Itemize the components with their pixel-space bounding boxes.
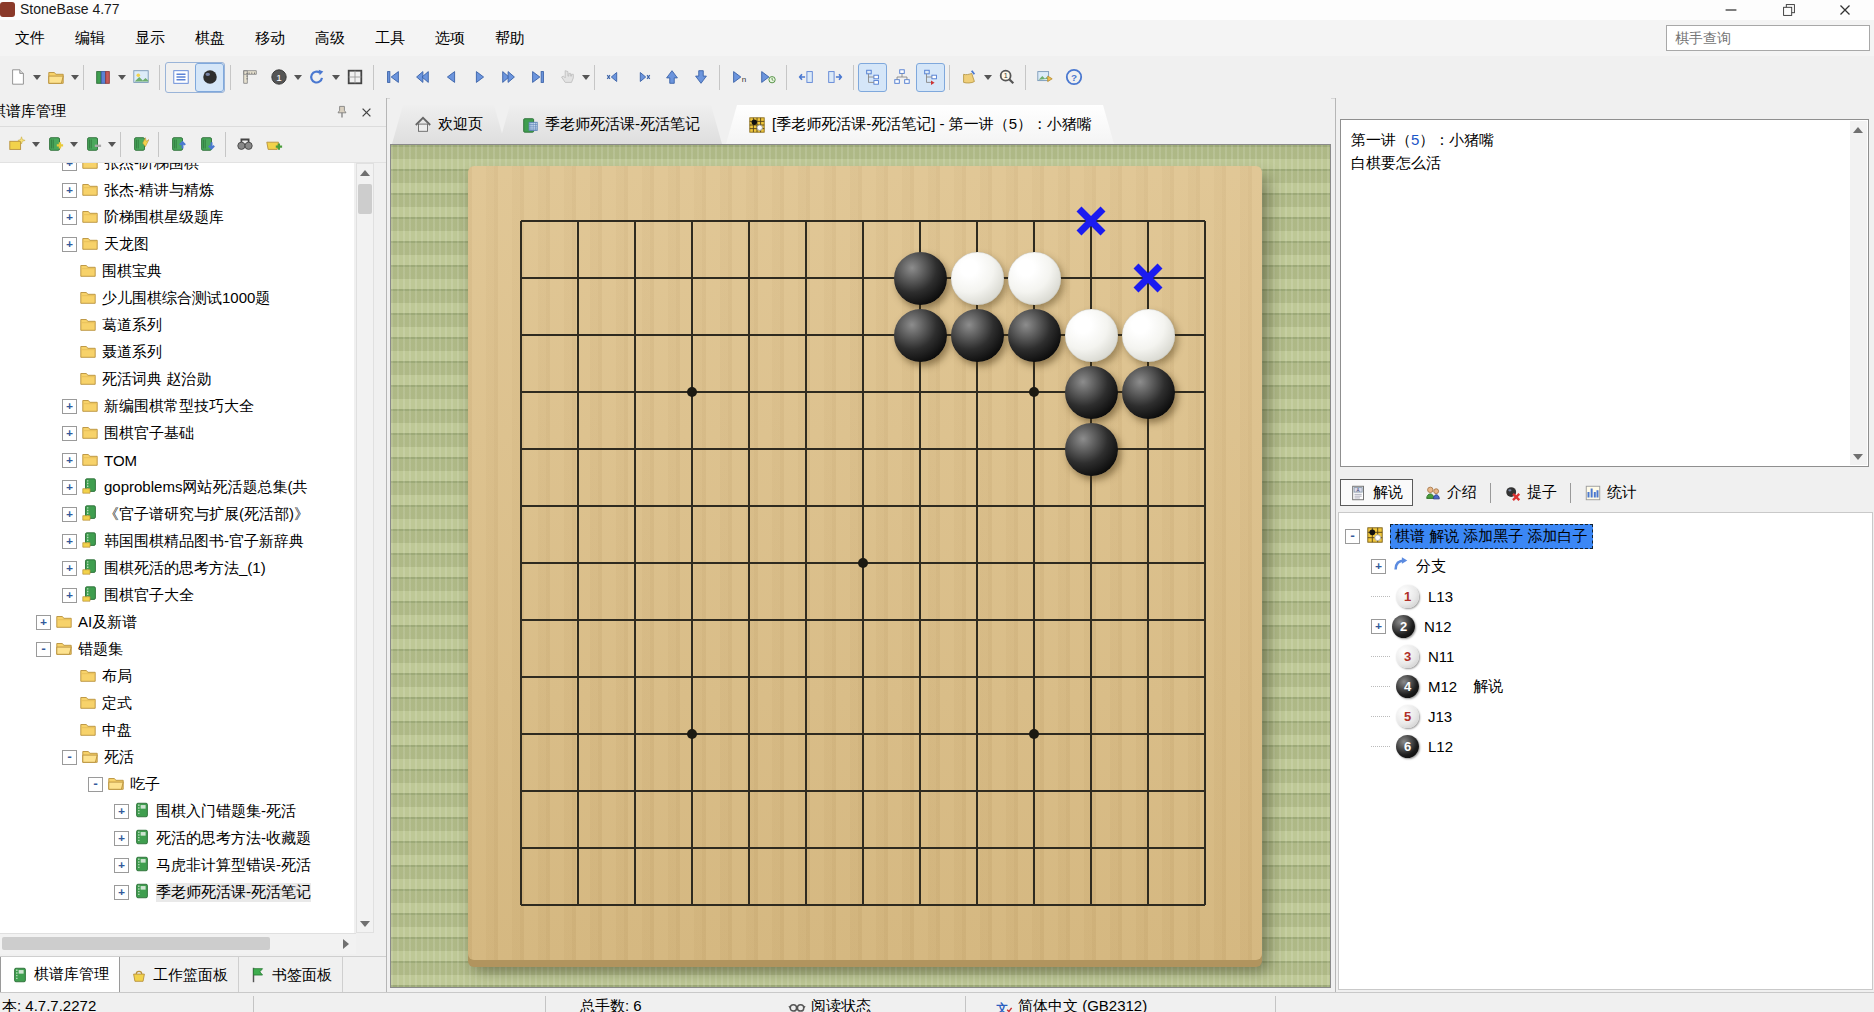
dropdown-caret-icon[interactable] xyxy=(33,75,41,80)
board-cell-C2[interactable] xyxy=(607,820,664,877)
board-cell-J4[interactable] xyxy=(949,706,1006,763)
tree-item-22[interactable]: -死活 xyxy=(0,744,354,771)
tree-item-4[interactable]: 围棋宝典 xyxy=(0,258,354,285)
library-toolbar-button-book-remove[interactable] xyxy=(78,130,107,159)
tree-item-5[interactable]: 少儿围棋综合测试1000题 xyxy=(0,285,354,312)
board-cell-A2[interactable] xyxy=(493,820,550,877)
move-node-N12[interactable]: +2N12 xyxy=(1339,611,1872,641)
tree-item-10[interactable]: +围棋官子基础 xyxy=(0,420,354,447)
board-cell-A12[interactable] xyxy=(493,250,550,307)
comment-scrollbar[interactable] xyxy=(1850,121,1867,465)
board-cell-E7[interactable] xyxy=(721,535,778,592)
analysis-tab-0[interactable]: A解说 xyxy=(1340,479,1413,506)
board-cell-C3[interactable] xyxy=(607,763,664,820)
board-cell-L13[interactable] xyxy=(1063,193,1120,250)
board-cell-C8[interactable] xyxy=(607,478,664,535)
board-cell-N11[interactable] xyxy=(1177,307,1234,364)
tree-item-3[interactable]: +天龙图 xyxy=(0,231,354,258)
board-cell-K3[interactable] xyxy=(1006,763,1063,820)
board-cell-M3[interactable] xyxy=(1120,763,1177,820)
toolbar-button-library[interactable] xyxy=(88,63,117,92)
board-cell-C6[interactable] xyxy=(607,592,664,649)
board-cell-G10[interactable] xyxy=(835,364,892,421)
board-cell-H9[interactable] xyxy=(892,421,949,478)
board-cell-L6[interactable] xyxy=(1063,592,1120,649)
scroll-up-button[interactable] xyxy=(1850,121,1866,138)
board-cell-D1[interactable] xyxy=(664,877,721,934)
scroll-down-button[interactable] xyxy=(1850,448,1866,465)
board-cell-E13[interactable] xyxy=(721,193,778,250)
board-cell-L11[interactable] xyxy=(1063,307,1120,364)
library-tree-hscrollbar[interactable] xyxy=(0,933,356,954)
board-cell-N7[interactable] xyxy=(1177,535,1234,592)
board-cell-M9[interactable] xyxy=(1120,421,1177,478)
board-cell-D12[interactable] xyxy=(664,250,721,307)
board-cell-B9[interactable] xyxy=(550,421,607,478)
board-cell-N9[interactable] xyxy=(1177,421,1234,478)
library-toolbar-button-book-edit[interactable] xyxy=(125,130,154,159)
tree-expander[interactable]: + xyxy=(62,237,77,252)
analysis-tab-3[interactable]: 统计 xyxy=(1575,480,1646,505)
tree-item-18[interactable]: -错题集 xyxy=(0,636,354,663)
tree-expander[interactable]: - xyxy=(88,777,103,792)
board-cell-D4[interactable] xyxy=(664,706,721,763)
board-cell-H10[interactable] xyxy=(892,364,949,421)
tree-expander[interactable]: + xyxy=(62,507,77,522)
dropdown-caret-icon[interactable] xyxy=(32,142,40,147)
board-cell-K1[interactable] xyxy=(1006,877,1063,934)
tree-item-27[interactable]: +季老师死活课-死活笔记 xyxy=(0,879,354,906)
tree-expander[interactable]: - xyxy=(1345,529,1360,544)
board-cell-G5[interactable] xyxy=(835,649,892,706)
library-toolbar-button-book-import[interactable] xyxy=(163,130,192,159)
tree-item-7[interactable]: 聂道系列 xyxy=(0,339,354,366)
board-cell-B5[interactable] xyxy=(550,649,607,706)
board-cell-H13[interactable] xyxy=(892,193,949,250)
toolbar-button-image[interactable] xyxy=(126,63,155,92)
board-cell-B3[interactable] xyxy=(550,763,607,820)
library-toolbar-button-lib-new[interactable] xyxy=(2,130,31,159)
board-cell-N1[interactable] xyxy=(1177,877,1234,934)
board-cell-J11[interactable] xyxy=(949,307,1006,364)
board-cell-E2[interactable] xyxy=(721,820,778,877)
board-cell-F6[interactable] xyxy=(778,592,835,649)
board-cell-K7[interactable] xyxy=(1006,535,1063,592)
board-cell-C10[interactable] xyxy=(607,364,664,421)
tree-item-26[interactable]: +马虎非计算型错误-死活 xyxy=(0,852,354,879)
board-cell-G6[interactable] xyxy=(835,592,892,649)
toolbar-button-doc-new[interactable] xyxy=(3,63,32,92)
board-cell-J3[interactable] xyxy=(949,763,1006,820)
tree-expander[interactable]: + xyxy=(62,399,77,414)
board-cell-J10[interactable] xyxy=(949,364,1006,421)
library-toolbar-button-basket-add[interactable] xyxy=(259,130,288,159)
tree-item-25[interactable]: +死活的思考方法-收藏题 xyxy=(0,825,354,852)
tree-expander[interactable]: + xyxy=(62,210,77,225)
toolbar-button-rotate[interactable] xyxy=(302,63,331,92)
board-cell-B6[interactable] xyxy=(550,592,607,649)
board-cell-F8[interactable] xyxy=(778,478,835,535)
board-cell-B13[interactable] xyxy=(550,193,607,250)
tree-item-8[interactable]: 死活词典 赵治勋 xyxy=(0,366,354,393)
board-cell-M8[interactable] xyxy=(1120,478,1177,535)
board-cell-J7[interactable] xyxy=(949,535,1006,592)
board-cell-G12[interactable] xyxy=(835,250,892,307)
analysis-tab-2[interactable]: 提子 xyxy=(1495,480,1566,505)
board-cell-D5[interactable] xyxy=(664,649,721,706)
board-cell-M10[interactable] xyxy=(1120,364,1177,421)
move-node-J13[interactable]: 5J13 xyxy=(1339,701,1872,731)
tree-item-13[interactable]: +《官子谱研究与扩展(死活部)》 xyxy=(0,501,354,528)
board-cell-H4[interactable] xyxy=(892,706,949,763)
move-node-N11[interactable]: 3N11 xyxy=(1339,641,1872,671)
board-cell-F4[interactable] xyxy=(778,706,835,763)
board-cell-L8[interactable] xyxy=(1063,478,1120,535)
board-cell-G2[interactable] xyxy=(835,820,892,877)
board-cell-M5[interactable] xyxy=(1120,649,1177,706)
board-cell-M4[interactable] xyxy=(1120,706,1177,763)
tree-expander[interactable]: + xyxy=(1371,559,1386,574)
board-cell-M11[interactable] xyxy=(1120,307,1177,364)
toolbar-button-one-circle[interactable]: 1 xyxy=(264,63,293,92)
board-cell-K9[interactable] xyxy=(1006,421,1063,478)
board-cell-C5[interactable] xyxy=(607,649,664,706)
toolbar-button-nav-prev[interactable] xyxy=(436,63,465,92)
tree-expander[interactable]: + xyxy=(36,615,51,630)
board-cell-C11[interactable] xyxy=(607,307,664,364)
board-cell-L12[interactable] xyxy=(1063,250,1120,307)
bottom-tab-1[interactable]: 工作篮面板 xyxy=(120,957,239,993)
menu-item-8[interactable]: 帮助 xyxy=(480,25,540,52)
dropdown-caret-icon[interactable] xyxy=(582,75,590,80)
board-cell-H7[interactable] xyxy=(892,535,949,592)
board-cell-B11[interactable] xyxy=(550,307,607,364)
toolbar-button-panel-next[interactable] xyxy=(820,63,849,92)
board-cell-F3[interactable] xyxy=(778,763,835,820)
board-cell-F13[interactable] xyxy=(778,193,835,250)
board-cell-G8[interactable] xyxy=(835,478,892,535)
dropdown-caret-icon[interactable] xyxy=(70,142,78,147)
tree-expander[interactable]: + xyxy=(62,534,77,549)
board-cell-B1[interactable] xyxy=(550,877,607,934)
board-cell-J5[interactable] xyxy=(949,649,1006,706)
board-cell-K6[interactable] xyxy=(1006,592,1063,649)
toolbar-button-tree-follow[interactable] xyxy=(916,63,945,92)
board-cell-A8[interactable] xyxy=(493,478,550,535)
dropdown-caret-icon[interactable] xyxy=(71,75,79,80)
board-cell-G11[interactable] xyxy=(835,307,892,364)
board-cell-G1[interactable] xyxy=(835,877,892,934)
toolbar-button-nav-next2[interactable] xyxy=(494,63,523,92)
board-cell-D8[interactable] xyxy=(664,478,721,535)
board-cell-B10[interactable] xyxy=(550,364,607,421)
board-cell-G3[interactable] xyxy=(835,763,892,820)
board-cell-E9[interactable] xyxy=(721,421,778,478)
board-cell-H12[interactable] xyxy=(892,250,949,307)
board-cell-F12[interactable] xyxy=(778,250,835,307)
menu-item-3[interactable]: 棋盘 xyxy=(180,25,240,52)
board-cell-B4[interactable] xyxy=(550,706,607,763)
board-cell-N10[interactable] xyxy=(1177,364,1234,421)
toolbar-button-ruler[interactable] xyxy=(235,63,264,92)
board-cell-M12[interactable] xyxy=(1120,250,1177,307)
tree-item-15[interactable]: +围棋死活的思考方法_(1) xyxy=(0,555,354,582)
tree-item-17[interactable]: +AI及新谱 xyxy=(0,609,354,636)
board-cell-L5[interactable] xyxy=(1063,649,1120,706)
menu-item-1[interactable]: 编辑 xyxy=(60,25,120,52)
board-cell-E10[interactable] xyxy=(721,364,778,421)
library-toolbar-button-book-add[interactable] xyxy=(40,130,69,159)
library-tree-vscrollbar[interactable] xyxy=(356,163,374,933)
board-cell-K11[interactable] xyxy=(1006,307,1063,364)
board-cell-G4[interactable] xyxy=(835,706,892,763)
board-cell-K5[interactable] xyxy=(1006,649,1063,706)
tree-expander[interactable]: + xyxy=(62,426,77,441)
tree-expander[interactable]: + xyxy=(1371,619,1386,634)
toolbar-button-list-panel[interactable] xyxy=(166,63,195,92)
board-cell-B12[interactable] xyxy=(550,250,607,307)
hscroll-thumb[interactable] xyxy=(2,937,270,950)
tree-item-20[interactable]: 定式 xyxy=(0,690,354,717)
board-cell-H2[interactable] xyxy=(892,820,949,877)
board-cell-H11[interactable] xyxy=(892,307,949,364)
board-cell-E8[interactable] xyxy=(721,478,778,535)
toolbar-button-arrow-down[interactable] xyxy=(686,63,715,92)
board-cell-A9[interactable] xyxy=(493,421,550,478)
library-toolbar-button-book-export[interactable] xyxy=(192,130,221,159)
board-cell-H1[interactable] xyxy=(892,877,949,934)
board-cell-J8[interactable] xyxy=(949,478,1006,535)
analysis-tab-1[interactable]: 介绍 xyxy=(1415,480,1486,505)
tree-item-23[interactable]: -吃子 xyxy=(0,771,354,798)
toolbar-button-board-frame[interactable] xyxy=(340,63,369,92)
toolbar-button-play-time[interactable] xyxy=(753,63,782,92)
dropdown-caret-icon[interactable] xyxy=(984,75,992,80)
dropdown-caret-icon[interactable] xyxy=(118,75,126,80)
tree-item-12[interactable]: +goproblems网站死活题总集(共 xyxy=(0,474,354,501)
board-cell-C1[interactable] xyxy=(607,877,664,934)
board-cell-A13[interactable] xyxy=(493,193,550,250)
board-cell-A10[interactable] xyxy=(493,364,550,421)
toolbar-button-play-n[interactable]: n xyxy=(724,63,753,92)
board-cell-G7[interactable] xyxy=(835,535,892,592)
move-node-L12[interactable]: 6L12 xyxy=(1339,731,1872,761)
board-cell-B7[interactable] xyxy=(550,535,607,592)
toolbar-button-stone[interactable] xyxy=(195,63,224,92)
tree-expander[interactable]: + xyxy=(62,183,77,198)
tree-item-1[interactable]: +张杰-精讲与精炼 xyxy=(0,177,354,204)
tree-item-6[interactable]: 葛道系列 xyxy=(0,312,354,339)
board-cell-G9[interactable] xyxy=(835,421,892,478)
board-cell-D9[interactable] xyxy=(664,421,721,478)
board-cell-N4[interactable] xyxy=(1177,706,1234,763)
toolbar-button-var-prev[interactable] xyxy=(599,63,628,92)
board-cell-A6[interactable] xyxy=(493,592,550,649)
doc-tab-1[interactable]: 季老师死活课-死活笔记 xyxy=(499,105,722,144)
board-cell-D6[interactable] xyxy=(664,592,721,649)
toolbar-button-zoom-one[interactable]: 1 xyxy=(992,63,1021,92)
tree-item-24[interactable]: +围棋入门错题集-死活 xyxy=(0,798,354,825)
tree-item-16[interactable]: +围棋官子大全 xyxy=(0,582,354,609)
toolbar-button-arrow-up[interactable] xyxy=(657,63,686,92)
board-cell-K12[interactable] xyxy=(1006,250,1063,307)
board-cell-D7[interactable] xyxy=(664,535,721,592)
board-cell-J12[interactable] xyxy=(949,250,1006,307)
toolbar-button-export-image[interactable] xyxy=(1030,63,1059,92)
board-cell-K4[interactable] xyxy=(1006,706,1063,763)
bottom-tab-2[interactable]: 书签面板 xyxy=(239,957,343,993)
tree-expander[interactable]: + xyxy=(62,480,77,495)
board-cell-K13[interactable] xyxy=(1006,193,1063,250)
board-cell-D3[interactable] xyxy=(664,763,721,820)
tree-expander[interactable]: + xyxy=(62,561,77,576)
board-cell-C13[interactable] xyxy=(607,193,664,250)
board-cell-M6[interactable] xyxy=(1120,592,1177,649)
tree-item-0[interactable]: +张杰-阶梯围棋 xyxy=(0,163,354,177)
board-cell-E1[interactable] xyxy=(721,877,778,934)
minimize-button[interactable] xyxy=(1708,0,1754,19)
board-cell-H6[interactable] xyxy=(892,592,949,649)
bottom-tab-0[interactable]: 棋谱库管理 xyxy=(0,957,120,993)
toolbar-button-nav-last[interactable] xyxy=(523,63,552,92)
board-cell-E5[interactable] xyxy=(721,649,778,706)
player-search-input[interactable] xyxy=(1666,25,1870,51)
branch-node[interactable]: +分支 xyxy=(1339,551,1872,581)
board-cell-J13[interactable] xyxy=(949,193,1006,250)
move-node-L13[interactable]: 1L13 xyxy=(1339,581,1872,611)
board-cell-E12[interactable] xyxy=(721,250,778,307)
board-cell-C9[interactable] xyxy=(607,421,664,478)
board-cell-B8[interactable] xyxy=(550,478,607,535)
board-cell-L4[interactable] xyxy=(1063,706,1120,763)
menu-item-0[interactable]: 文件 xyxy=(0,25,60,52)
board-cell-E11[interactable] xyxy=(721,307,778,364)
board-cell-C4[interactable] xyxy=(607,706,664,763)
board-cell-E3[interactable] xyxy=(721,763,778,820)
tree-expander[interactable]: - xyxy=(36,642,51,657)
board-cell-J1[interactable] xyxy=(949,877,1006,934)
toolbar-button-help[interactable]: ? xyxy=(1059,63,1088,92)
board-cell-E6[interactable] xyxy=(721,592,778,649)
tree-item-2[interactable]: +阶梯围棋星级题库 xyxy=(0,204,354,231)
tree-item-9[interactable]: +新编围棋常型技巧大全 xyxy=(0,393,354,420)
library-toolbar-button-binoculars[interactable] xyxy=(230,130,259,159)
board-cell-A4[interactable] xyxy=(493,706,550,763)
board-cell-N6[interactable] xyxy=(1177,592,1234,649)
board-cell-C7[interactable] xyxy=(607,535,664,592)
toolbar-button-org-view[interactable] xyxy=(887,63,916,92)
pin-button[interactable] xyxy=(332,102,352,122)
board-cell-C12[interactable] xyxy=(607,250,664,307)
board-cell-H5[interactable] xyxy=(892,649,949,706)
board-cell-F5[interactable] xyxy=(778,649,835,706)
toolbar-button-nav-first[interactable] xyxy=(378,63,407,92)
board-cell-N8[interactable] xyxy=(1177,478,1234,535)
board-cell-K8[interactable] xyxy=(1006,478,1063,535)
board-cell-F7[interactable] xyxy=(778,535,835,592)
board-cell-L9[interactable] xyxy=(1063,421,1120,478)
board-cell-L3[interactable] xyxy=(1063,763,1120,820)
toolbar-button-paint-hand[interactable] xyxy=(954,63,983,92)
move-tree-root[interactable]: -棋谱 解说 添加黑子 添加白子 xyxy=(1339,521,1872,551)
board-cell-A11[interactable] xyxy=(493,307,550,364)
tree-expander[interactable]: + xyxy=(114,804,129,819)
menu-item-7[interactable]: 选项 xyxy=(420,25,480,52)
board-cell-A1[interactable] xyxy=(493,877,550,934)
menu-item-5[interactable]: 高级 xyxy=(300,25,360,52)
board-cell-M7[interactable] xyxy=(1120,535,1177,592)
board-cell-A7[interactable] xyxy=(493,535,550,592)
board-cell-F11[interactable] xyxy=(778,307,835,364)
tree-expander[interactable]: + xyxy=(114,831,129,846)
comment-box[interactable]: 第一讲（5）：小猪嘴 白棋要怎么活 xyxy=(1340,119,1869,467)
tree-item-14[interactable]: +韩国围棋精品图书-官子新辞典 xyxy=(0,528,354,555)
board-cell-K2[interactable] xyxy=(1006,820,1063,877)
board-cell-B2[interactable] xyxy=(550,820,607,877)
scroll-down-button[interactable] xyxy=(357,915,373,932)
dropdown-caret-icon[interactable] xyxy=(108,142,116,147)
menu-item-4[interactable]: 移动 xyxy=(240,25,300,52)
toolbar-button-nav-prev2[interactable] xyxy=(407,63,436,92)
board-cell-N13[interactable] xyxy=(1177,193,1234,250)
board-cell-F9[interactable] xyxy=(778,421,835,478)
board-cell-H8[interactable] xyxy=(892,478,949,535)
close-button[interactable] xyxy=(1822,0,1868,19)
board-cell-D11[interactable] xyxy=(664,307,721,364)
tree-item-11[interactable]: +TOM xyxy=(0,447,354,474)
board-cell-N2[interactable] xyxy=(1177,820,1234,877)
board-cell-G13[interactable] xyxy=(835,193,892,250)
scroll-right-button[interactable] xyxy=(338,936,354,951)
toolbar-button-tree-view[interactable] xyxy=(858,63,887,92)
toolbar-button-folder-open[interactable] xyxy=(41,63,70,92)
menu-item-6[interactable]: 工具 xyxy=(360,25,420,52)
tree-expander[interactable]: + xyxy=(62,453,77,468)
board-cell-J2[interactable] xyxy=(949,820,1006,877)
scroll-up-button[interactable] xyxy=(357,164,373,181)
tree-expander[interactable]: + xyxy=(62,163,77,171)
menu-item-2[interactable]: 显示 xyxy=(120,25,180,52)
board-cell-N5[interactable] xyxy=(1177,649,1234,706)
board-cell-M13[interactable] xyxy=(1120,193,1177,250)
board-cell-D10[interactable] xyxy=(664,364,721,421)
scroll-thumb[interactable] xyxy=(358,184,372,214)
board-cell-J6[interactable] xyxy=(949,592,1006,649)
board-cell-E4[interactable] xyxy=(721,706,778,763)
move-node-M12[interactable]: 4M12解说 xyxy=(1339,671,1872,701)
board-cell-F10[interactable] xyxy=(778,364,835,421)
dropdown-caret-icon[interactable] xyxy=(332,75,340,80)
toolbar-button-hand[interactable] xyxy=(552,63,581,92)
board-cell-L2[interactable] xyxy=(1063,820,1120,877)
board-cell-L10[interactable] xyxy=(1063,364,1120,421)
board-cell-N3[interactable] xyxy=(1177,763,1234,820)
toolbar-button-panel-prev[interactable] xyxy=(791,63,820,92)
board-cell-H3[interactable] xyxy=(892,763,949,820)
toolbar-button-var-next[interactable] xyxy=(628,63,657,92)
board-cell-M2[interactable] xyxy=(1120,820,1177,877)
maximize-button[interactable] xyxy=(1766,0,1812,19)
board-cell-A3[interactable] xyxy=(493,763,550,820)
board-cell-M1[interactable] xyxy=(1120,877,1177,934)
doc-tab-2[interactable]: [季老师死活课-死活笔记] - 第一讲（5）：小猪嘴 xyxy=(726,105,1114,144)
board-cell-F2[interactable] xyxy=(778,820,835,877)
doc-tab-0[interactable]: 欢迎页 xyxy=(392,105,505,144)
board-cell-L7[interactable] xyxy=(1063,535,1120,592)
panel-close-button[interactable] xyxy=(356,102,376,122)
toolbar-button-nav-next[interactable] xyxy=(465,63,494,92)
board-cell-A5[interactable] xyxy=(493,649,550,706)
